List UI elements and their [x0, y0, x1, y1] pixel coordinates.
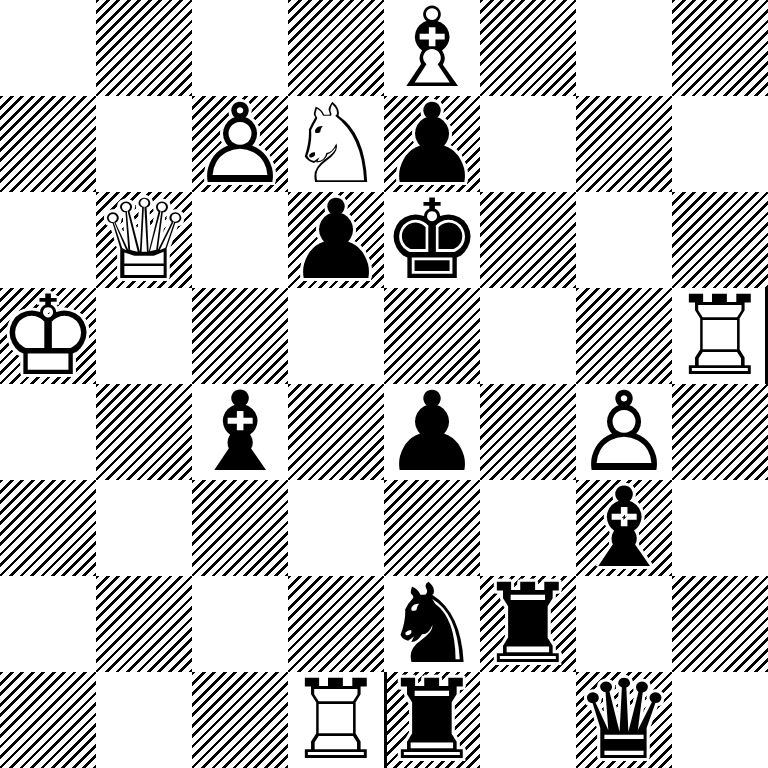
black-rook-glyph: ♜: [480, 576, 576, 672]
square-f2[interactable]: ♜♜: [480, 576, 576, 672]
white-king-glyph: ♔: [0, 288, 96, 384]
black-pawn-glyph: ♟: [384, 384, 480, 480]
white-pawn-glyph: ♙: [192, 96, 288, 192]
square-g8[interactable]: [576, 0, 672, 96]
piece-white-pawn[interactable]: ♟♙: [192, 96, 288, 192]
square-h3[interactable]: [672, 480, 768, 576]
piece-white-queen[interactable]: ♛♕: [96, 192, 192, 288]
white-rook-glyph: ♖: [288, 672, 384, 768]
piece-black-pawn[interactable]: ♟♟: [288, 192, 384, 288]
square-d6[interactable]: ♟♟: [288, 192, 384, 288]
square-b4[interactable]: [96, 384, 192, 480]
square-a2[interactable]: [0, 576, 96, 672]
square-b1[interactable]: [96, 672, 192, 768]
square-g7[interactable]: [576, 96, 672, 192]
piece-black-pawn[interactable]: ♟♟: [384, 384, 480, 480]
square-h2[interactable]: [672, 576, 768, 672]
black-king-glyph: ♚: [384, 192, 480, 288]
chess-board: ♝♗♟♙♞♘♟♟♛♕♟♟♚♚♚♔♜♖♝♝♟♟♟♙♝♝♞♞♜♜♜♖♜♜♛♛: [0, 0, 768, 768]
piece-white-rook[interactable]: ♜♖: [288, 672, 384, 768]
black-rook-glyph: ♜: [384, 672, 480, 768]
black-bishop-glyph: ♝: [192, 384, 288, 480]
square-d1[interactable]: ♜♖: [288, 672, 384, 768]
square-h7[interactable]: [672, 96, 768, 192]
square-d3[interactable]: [288, 480, 384, 576]
square-d4[interactable]: [288, 384, 384, 480]
square-g6[interactable]: [576, 192, 672, 288]
square-a7[interactable]: [0, 96, 96, 192]
square-h1[interactable]: [672, 672, 768, 768]
square-b6[interactable]: ♛♕: [96, 192, 192, 288]
square-c1[interactable]: [192, 672, 288, 768]
square-a8[interactable]: [0, 0, 96, 96]
black-pawn-glyph: ♟: [288, 192, 384, 288]
piece-white-rook[interactable]: ♜♖: [672, 288, 768, 384]
piece-black-king[interactable]: ♚♚: [384, 192, 480, 288]
piece-white-king[interactable]: ♚♔: [0, 288, 96, 384]
square-c4[interactable]: ♝♝: [192, 384, 288, 480]
piece-black-rook[interactable]: ♜♜: [480, 576, 576, 672]
square-b3[interactable]: [96, 480, 192, 576]
white-queen-glyph: ♕: [96, 192, 192, 288]
square-c7[interactable]: ♟♙: [192, 96, 288, 192]
square-b2[interactable]: [96, 576, 192, 672]
piece-black-bishop[interactable]: ♝♝: [576, 480, 672, 576]
square-f8[interactable]: [480, 0, 576, 96]
square-f4[interactable]: [480, 384, 576, 480]
black-queen-glyph: ♛: [576, 672, 672, 768]
square-e1[interactable]: ♜♜: [384, 672, 480, 768]
piece-black-rook[interactable]: ♜♜: [384, 672, 480, 768]
square-h5[interactable]: ♜♖: [672, 288, 768, 384]
square-f5[interactable]: [480, 288, 576, 384]
square-g1[interactable]: ♛♛: [576, 672, 672, 768]
square-a1[interactable]: [0, 672, 96, 768]
square-a5[interactable]: ♚♔: [0, 288, 96, 384]
square-f6[interactable]: [480, 192, 576, 288]
square-a3[interactable]: [0, 480, 96, 576]
piece-black-queen[interactable]: ♛♛: [576, 672, 672, 768]
square-h8[interactable]: [672, 0, 768, 96]
black-bishop-glyph: ♝: [576, 480, 672, 576]
square-e6[interactable]: ♚♚: [384, 192, 480, 288]
white-rook-glyph: ♖: [672, 288, 768, 384]
square-g3[interactable]: ♝♝: [576, 480, 672, 576]
square-f7[interactable]: [480, 96, 576, 192]
square-b8[interactable]: [96, 0, 192, 96]
piece-black-bishop[interactable]: ♝♝: [192, 384, 288, 480]
square-e4[interactable]: ♟♟: [384, 384, 480, 480]
square-c2[interactable]: [192, 576, 288, 672]
